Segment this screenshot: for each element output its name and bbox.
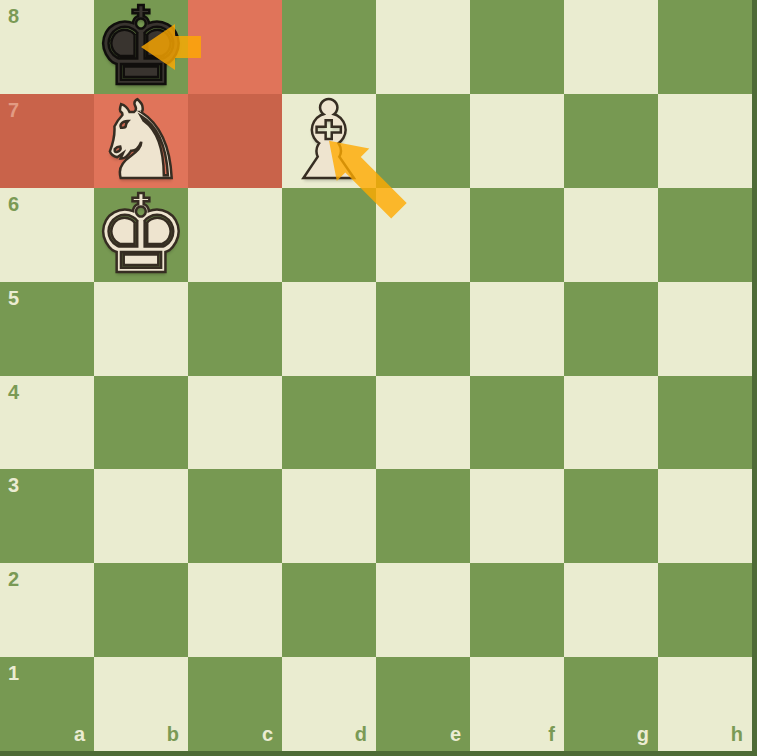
square-c4[interactable] xyxy=(188,376,282,470)
square-e7[interactable] xyxy=(376,94,470,188)
square-h3[interactable] xyxy=(658,469,752,563)
square-h2[interactable] xyxy=(658,563,752,657)
square-f1[interactable]: f xyxy=(470,657,564,751)
square-h1[interactable]: h xyxy=(658,657,752,751)
square-h4[interactable] xyxy=(658,376,752,470)
square-c8[interactable] xyxy=(188,0,282,94)
file-label-a: a xyxy=(74,723,85,746)
square-b1[interactable]: b xyxy=(94,657,188,751)
rank-label-8: 8 xyxy=(8,5,19,28)
chess-board: 8♚7♞♝6♚54321abcdefgh xyxy=(0,0,752,751)
square-b3[interactable] xyxy=(94,469,188,563)
square-f8[interactable] xyxy=(470,0,564,94)
square-d7[interactable]: ♝ xyxy=(282,94,376,188)
square-f3[interactable] xyxy=(470,469,564,563)
square-a2[interactable]: 2 xyxy=(0,563,94,657)
file-label-c: c xyxy=(262,723,273,746)
square-c3[interactable] xyxy=(188,469,282,563)
square-g8[interactable] xyxy=(564,0,658,94)
square-a1[interactable]: 1a xyxy=(0,657,94,751)
square-g5[interactable] xyxy=(564,282,658,376)
square-h7[interactable] xyxy=(658,94,752,188)
square-b4[interactable] xyxy=(94,376,188,470)
square-a5[interactable]: 5 xyxy=(0,282,94,376)
square-e2[interactable] xyxy=(376,563,470,657)
rank-label-3: 3 xyxy=(8,474,19,497)
square-e4[interactable] xyxy=(376,376,470,470)
square-c1[interactable]: c xyxy=(188,657,282,751)
square-h8[interactable] xyxy=(658,0,752,94)
square-h5[interactable] xyxy=(658,282,752,376)
chess-board-stage: 8♚7♞♝6♚54321abcdefgh xyxy=(0,0,757,756)
square-e1[interactable]: e xyxy=(376,657,470,751)
file-label-d: d xyxy=(355,723,367,746)
square-d2[interactable] xyxy=(282,563,376,657)
file-label-b: b xyxy=(167,723,179,746)
square-b2[interactable] xyxy=(94,563,188,657)
square-c7[interactable] xyxy=(188,94,282,188)
square-d1[interactable]: d xyxy=(282,657,376,751)
rank-label-2: 2 xyxy=(8,568,19,591)
square-a7[interactable]: 7 xyxy=(0,94,94,188)
square-f2[interactable] xyxy=(470,563,564,657)
square-a8[interactable]: 8 xyxy=(0,0,94,94)
square-f6[interactable] xyxy=(470,188,564,282)
square-e8[interactable] xyxy=(376,0,470,94)
file-label-g: g xyxy=(637,723,649,746)
square-a3[interactable]: 3 xyxy=(0,469,94,563)
square-d3[interactable] xyxy=(282,469,376,563)
square-g4[interactable] xyxy=(564,376,658,470)
square-b6[interactable]: ♚ xyxy=(94,188,188,282)
square-a6[interactable]: 6 xyxy=(0,188,94,282)
rank-label-4: 4 xyxy=(8,381,19,404)
file-label-e: e xyxy=(450,723,461,746)
square-c5[interactable] xyxy=(188,282,282,376)
square-e6[interactable] xyxy=(376,188,470,282)
rank-label-5: 5 xyxy=(8,287,19,310)
square-g7[interactable] xyxy=(564,94,658,188)
square-a4[interactable]: 4 xyxy=(0,376,94,470)
square-g6[interactable] xyxy=(564,188,658,282)
square-g1[interactable]: g xyxy=(564,657,658,751)
square-h6[interactable] xyxy=(658,188,752,282)
square-g2[interactable] xyxy=(564,563,658,657)
file-label-f: f xyxy=(548,723,555,746)
square-e3[interactable] xyxy=(376,469,470,563)
square-f4[interactable] xyxy=(470,376,564,470)
square-d5[interactable] xyxy=(282,282,376,376)
square-d4[interactable] xyxy=(282,376,376,470)
white-king-icon[interactable]: ♚ xyxy=(94,188,188,282)
rank-label-7: 7 xyxy=(8,99,19,122)
square-g3[interactable] xyxy=(564,469,658,563)
rank-label-1: 1 xyxy=(8,662,19,685)
white-bishop-icon[interactable]: ♝ xyxy=(282,94,376,188)
file-label-h: h xyxy=(731,723,743,746)
square-c2[interactable] xyxy=(188,563,282,657)
square-c6[interactable] xyxy=(188,188,282,282)
square-e5[interactable] xyxy=(376,282,470,376)
square-f5[interactable] xyxy=(470,282,564,376)
rank-label-6: 6 xyxy=(8,193,19,216)
square-f7[interactable] xyxy=(470,94,564,188)
